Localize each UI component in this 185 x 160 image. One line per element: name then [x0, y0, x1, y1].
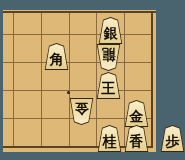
piece-kanji: 香: [130, 134, 144, 148]
piece-sente-silver-2五[interactable]: 銀: [98, 17, 123, 44]
piece-kanji: 銀: [104, 26, 118, 40]
grid-line-vertical-file4-5: [41, 11, 42, 148]
piece-kanji: 金: [130, 109, 144, 123]
piece-kanji: 王: [102, 81, 116, 95]
hoshi-star-point: [67, 91, 70, 94]
shogi-board[interactable]: 銀 龍 王 角 金 金 桂 香: [3, 10, 156, 152]
grid-line-vertical-file2-3: [96, 11, 97, 148]
piece-kanji: 金: [75, 103, 89, 117]
grid-line-vertical-file3-4: [69, 11, 70, 148]
piece-sente-knight-2九[interactable]: 桂: [97, 125, 122, 152]
piece-sente-gold-1八[interactable]: 金: [124, 100, 149, 127]
piece-gote-dragon-2六[interactable]: 龍: [96, 44, 121, 71]
grid-line-horizontal-rank6-7: [3, 62, 153, 63]
piece-kanji: 龍: [102, 49, 116, 63]
board-edge-right: [151, 11, 153, 148]
piece-kanji: 歩: [166, 134, 180, 148]
piece-sente-bishop-4六[interactable]: 角: [44, 43, 69, 70]
shogi-app-background: 銀 龍 王 角 金 金 桂 香 歩: [0, 0, 185, 160]
grid-line-horizontal-rank7-8: [3, 90, 153, 91]
piece-gote-gold-3八[interactable]: 金: [69, 98, 94, 125]
grid-line-vertical-file5-6: [13, 11, 14, 148]
piece-kanji: 桂: [103, 134, 117, 148]
hand-piece-sente-pawn[interactable]: 歩: [160, 125, 185, 152]
piece-sente-lance-1九[interactable]: 香: [124, 125, 149, 152]
grid-line-vertical-file1-2: [124, 11, 125, 148]
piece-kanji: 角: [50, 52, 64, 66]
board-edge-top: [3, 11, 156, 13]
piece-sente-king-2七[interactable]: 王: [96, 72, 121, 99]
grid-line-horizontal-rank5-6: [3, 34, 153, 35]
